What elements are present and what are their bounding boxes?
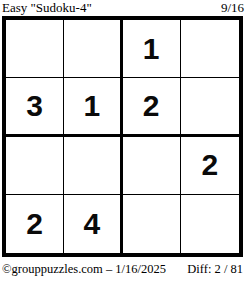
cell-r3c4[interactable]: 2 xyxy=(181,137,239,195)
cell-r4c2[interactable]: 4 xyxy=(64,195,122,253)
cell-r2c2[interactable]: 1 xyxy=(64,78,122,136)
cell-r3c3[interactable] xyxy=(123,137,181,195)
cell-r3c1[interactable] xyxy=(6,137,64,195)
cell-r4c1[interactable]: 2 xyxy=(6,195,64,253)
sudoku-board: 1 3 1 2 2 2 4 xyxy=(2,16,243,257)
cell-r2c4[interactable] xyxy=(181,78,239,136)
cell-r1c2[interactable] xyxy=(64,20,122,78)
page-footer: ©grouppuzzles.com – 1/16/2025 Diff: 2 / … xyxy=(2,262,243,277)
cell-r1c1[interactable] xyxy=(6,20,64,78)
copyright-text: ©grouppuzzles.com – 1/16/2025 xyxy=(2,262,166,277)
page-number: 9/16 xyxy=(221,1,244,15)
cell-r1c4[interactable] xyxy=(181,20,239,78)
cell-r4c4[interactable] xyxy=(181,195,239,253)
cell-r3c2[interactable] xyxy=(64,137,122,195)
cell-r1c3[interactable]: 1 xyxy=(123,20,181,78)
puzzle-title: Easy "Sudoku-4" xyxy=(2,1,92,15)
cell-r2c3[interactable]: 2 xyxy=(123,78,181,136)
difficulty-text: Diff: 2 / 81 xyxy=(187,262,243,277)
cell-r4c3[interactable] xyxy=(123,195,181,253)
cell-r2c1[interactable]: 3 xyxy=(6,78,64,136)
page-header: Easy "Sudoku-4" 9/16 xyxy=(2,1,244,15)
